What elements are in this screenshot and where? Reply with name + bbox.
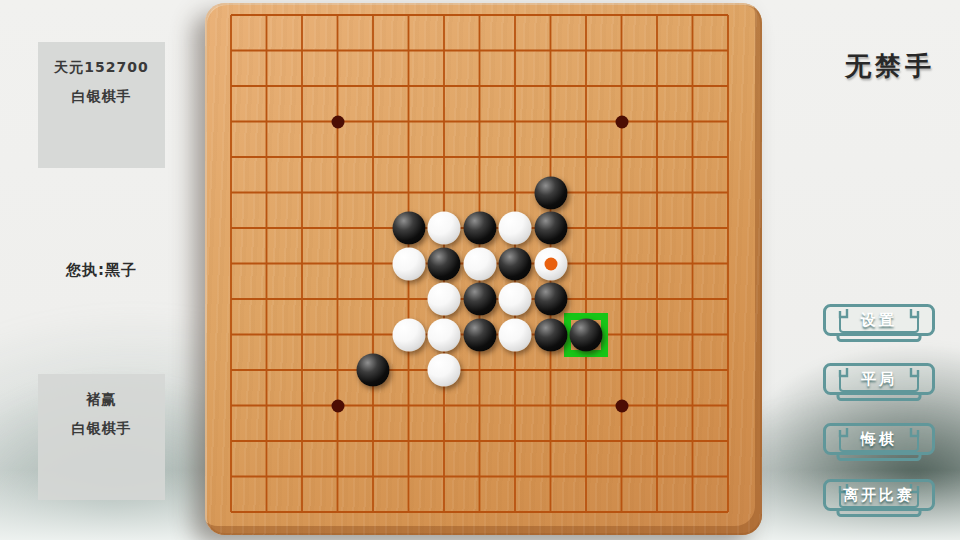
black-stone [534,318,567,351]
black-stone [392,212,425,245]
settings-button[interactable]: 设置 [823,304,935,342]
black-stone [534,283,567,316]
undo-button-label: 悔棋 [823,430,935,449]
player-info-panel: 褚赢 白银棋手 [38,374,165,500]
white-stone [463,247,496,280]
game-board [205,3,762,535]
white-stone [428,283,461,316]
white-stone [499,318,532,351]
draw-button[interactable]: 平局 [823,363,935,401]
settings-button-label: 设置 [823,311,935,330]
white-stone [428,212,461,245]
rule-label: 无禁手 [828,49,952,84]
black-stone [428,247,461,280]
opponent-rank-label: 白银棋手 [72,87,132,106]
room-id-label: 天元152700 [54,58,148,77]
leave-match-button[interactable]: 离开比赛 [823,479,935,517]
black-stone [534,176,567,209]
leave-match-button-label: 离开比赛 [823,486,935,505]
star-point [615,399,628,412]
white-stone [392,318,425,351]
your-color-label: 您执:黑子 [38,261,165,280]
black-stone [570,318,603,351]
white-stone [499,212,532,245]
opponent-info-panel: 天元152700 白银棋手 [38,42,165,168]
star-point [615,115,628,128]
draw-button-label: 平局 [823,370,935,389]
star-point [331,115,344,128]
black-stone [534,212,567,245]
black-stone [357,354,390,387]
black-stone [463,318,496,351]
last-move-dot [544,257,557,270]
white-stone [392,247,425,280]
white-stone [428,354,461,387]
white-stone [499,283,532,316]
white-stone [428,318,461,351]
player-rank-label: 白银棋手 [72,419,132,438]
player-name-label: 褚赢 [87,390,117,409]
black-stone [463,212,496,245]
game-screen: 天元152700 白银棋手 您执:黑子 褚赢 白银棋手 无禁手 设置 平局 [0,0,960,540]
black-stone [463,283,496,316]
undo-button[interactable]: 悔棋 [823,423,935,461]
board-grid[interactable] [231,15,728,512]
star-point [331,399,344,412]
black-stone [499,247,532,280]
